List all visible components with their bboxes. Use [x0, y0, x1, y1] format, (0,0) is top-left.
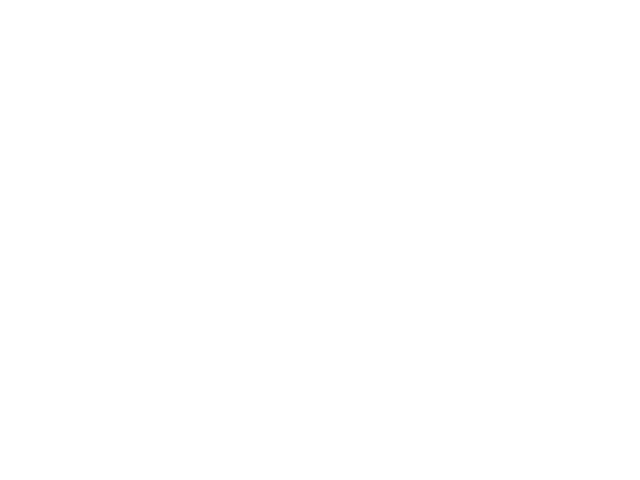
- white-margin-right: [606, 0, 640, 480]
- photo-canvas: [0, 0, 640, 480]
- photo-area: [40, 0, 606, 480]
- white-margin-left: [0, 0, 40, 480]
- board-scene: [40, 0, 606, 480]
